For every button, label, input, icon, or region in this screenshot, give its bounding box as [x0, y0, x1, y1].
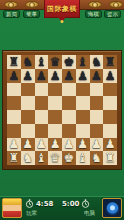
black-pawn-piece[interactable]: ♟ [77, 69, 88, 81]
app-title: 国际象棋 [47, 4, 77, 14]
square-f7[interactable]: ♟ [76, 69, 90, 83]
square-e3[interactable] [62, 124, 76, 138]
square-h1[interactable]: ♜ [103, 151, 117, 165]
white-bishop-piece[interactable]: ♝ [77, 152, 88, 164]
square-c3[interactable] [35, 124, 49, 138]
black-queen-piece[interactable]: ♛ [50, 55, 61, 67]
square-a7[interactable]: ♟ [7, 69, 21, 83]
hint-button[interactable]: 提示 [104, 10, 121, 18]
square-g3[interactable] [90, 124, 104, 138]
black-pawn-piece[interactable]: ♟ [50, 69, 61, 81]
square-b3[interactable] [21, 124, 35, 138]
black-pawn-piece[interactable]: ♟ [22, 69, 33, 81]
square-g1[interactable]: ♞ [90, 151, 104, 165]
square-c2[interactable]: ♟ [35, 138, 49, 152]
white-rook-piece[interactable]: ♜ [105, 152, 116, 164]
square-h3[interactable] [103, 124, 117, 138]
black-pawn-piece[interactable]: ♟ [91, 69, 102, 81]
square-d4[interactable] [48, 110, 62, 124]
square-b5[interactable] [21, 96, 35, 110]
white-knight-piece[interactable]: ♞ [91, 152, 102, 164]
white-pawn-piece[interactable]: ♟ [105, 138, 116, 150]
white-rook-piece[interactable]: ♜ [8, 152, 19, 164]
square-f1[interactable]: ♝ [76, 151, 90, 165]
white-pawn-piece[interactable]: ♟ [36, 138, 47, 150]
cpu-disc-icon [106, 202, 119, 215]
square-g6[interactable] [90, 83, 104, 97]
black-knight-piece[interactable]: ♞ [22, 55, 33, 67]
player-time: 4:58 [36, 200, 53, 208]
black-pawn-piece[interactable]: ♟ [36, 69, 47, 81]
square-a1[interactable]: ♜ [7, 151, 21, 165]
computer-avatar [102, 198, 122, 218]
black-pawn-piece[interactable]: ♟ [63, 69, 74, 81]
square-b8[interactable]: ♞ [21, 55, 35, 69]
white-pawn-piece[interactable]: ♟ [63, 138, 74, 150]
black-rook-piece[interactable]: ♜ [105, 55, 116, 67]
square-b6[interactable] [21, 83, 35, 97]
square-a3[interactable] [7, 124, 21, 138]
black-bishop-piece[interactable]: ♝ [77, 55, 88, 67]
square-h8[interactable]: ♜ [103, 55, 117, 69]
square-e7[interactable]: ♟ [62, 69, 76, 83]
square-b7[interactable]: ♟ [21, 69, 35, 83]
square-c8[interactable]: ♝ [35, 55, 49, 69]
square-d3[interactable] [48, 124, 62, 138]
square-e5[interactable] [62, 96, 76, 110]
chess-board-frame: ♜♞♝♛♚♝♞♜♟♟♟♟♟♟♟♟♟♟♟♟♟♟♟♟♜♞♝♛♚♝♞♜ [2, 50, 122, 170]
white-pawn-piece[interactable]: ♟ [50, 138, 61, 150]
white-knight-piece[interactable]: ♞ [22, 152, 33, 164]
square-c5[interactable] [35, 96, 49, 110]
new-game-button[interactable]: 新局 [3, 10, 20, 18]
square-g4[interactable] [90, 110, 104, 124]
square-c7[interactable]: ♟ [35, 69, 49, 83]
square-e6[interactable] [62, 83, 76, 97]
square-h4[interactable] [103, 110, 117, 124]
black-knight-piece[interactable]: ♞ [91, 55, 102, 67]
square-f3[interactable] [76, 124, 90, 138]
square-g5[interactable] [90, 96, 104, 110]
white-bishop-piece[interactable]: ♝ [36, 152, 47, 164]
square-h2[interactable]: ♟ [103, 138, 117, 152]
white-pawn-piece[interactable]: ♟ [8, 138, 19, 150]
square-a6[interactable] [7, 83, 21, 97]
black-pawn-piece[interactable]: ♟ [8, 69, 19, 81]
banner-knot-icon [61, 20, 64, 23]
square-d8[interactable]: ♛ [48, 55, 62, 69]
square-h7[interactable]: ♟ [103, 69, 117, 83]
square-c1[interactable]: ♝ [35, 151, 49, 165]
menu-button[interactable]: 菜单 [23, 10, 40, 18]
player-bar: 4:58 玩家 5:00 电脑 [0, 196, 124, 220]
black-king-piece[interactable]: ♚ [63, 55, 74, 67]
square-a8[interactable]: ♜ [7, 55, 21, 69]
square-d5[interactable] [48, 96, 62, 110]
square-g2[interactable]: ♟ [90, 138, 104, 152]
black-bishop-piece[interactable]: ♝ [36, 55, 47, 67]
avatar-robe [3, 211, 21, 218]
clock-icon [81, 199, 90, 208]
square-e2[interactable]: ♟ [62, 138, 76, 152]
gold-knob-button-4[interactable] [109, 1, 123, 8]
square-b1[interactable]: ♞ [21, 151, 35, 165]
square-g7[interactable]: ♟ [90, 69, 104, 83]
square-c6[interactable] [35, 83, 49, 97]
square-e1[interactable]: ♚ [62, 151, 76, 165]
square-a4[interactable] [7, 110, 21, 124]
player-avatar [2, 198, 22, 218]
black-pawn-piece[interactable]: ♟ [105, 69, 116, 81]
title-banner: 国际象棋 [44, 0, 80, 18]
square-d7[interactable]: ♟ [48, 69, 62, 83]
square-b2[interactable]: ♟ [21, 138, 35, 152]
square-d2[interactable]: ♟ [48, 138, 62, 152]
black-rook-piece[interactable]: ♜ [8, 55, 19, 67]
computer-name: 电脑 [84, 210, 95, 216]
white-king-piece[interactable]: ♚ [63, 152, 74, 164]
square-f5[interactable] [76, 96, 90, 110]
square-h6[interactable] [103, 83, 117, 97]
square-c4[interactable] [35, 110, 49, 124]
undo-button[interactable]: 悔棋 [85, 10, 102, 18]
square-f6[interactable] [76, 83, 90, 97]
square-a2[interactable]: ♟ [7, 138, 21, 152]
player-clock: 4:58 [25, 199, 53, 208]
square-d1[interactable]: ♛ [48, 151, 62, 165]
white-pawn-piece[interactable]: ♟ [91, 138, 102, 150]
chess-app-window: 国际象棋 新局 菜单 悔棋 提示 ♜♞♝♛♚♝♞♜♟♟♟♟♟♟♟♟♟♟♟♟♟♟♟… [0, 0, 124, 220]
square-g8[interactable]: ♞ [90, 55, 104, 69]
computer-clock: 5:00 [62, 199, 90, 208]
white-pawn-piece[interactable]: ♟ [22, 138, 33, 150]
square-d6[interactable] [48, 83, 62, 97]
square-a5[interactable] [7, 96, 21, 110]
square-e4[interactable] [62, 110, 76, 124]
square-e8[interactable]: ♚ [62, 55, 76, 69]
square-f2[interactable]: ♟ [76, 138, 90, 152]
square-f4[interactable] [76, 110, 90, 124]
gold-knob-button-3[interactable] [88, 1, 102, 8]
computer-time: 5:00 [62, 200, 79, 208]
gold-knob-button-2[interactable] [25, 1, 39, 8]
white-queen-piece[interactable]: ♛ [50, 152, 61, 164]
gold-knob-button-1[interactable] [4, 1, 18, 8]
square-h5[interactable] [103, 96, 117, 110]
white-pawn-piece[interactable]: ♟ [77, 138, 88, 150]
square-f8[interactable]: ♝ [76, 55, 90, 69]
clock-icon [25, 199, 34, 208]
player-name: 玩家 [26, 210, 37, 216]
square-b4[interactable] [21, 110, 35, 124]
chess-board[interactable]: ♜♞♝♛♚♝♞♜♟♟♟♟♟♟♟♟♟♟♟♟♟♟♟♟♜♞♝♛♚♝♞♜ [7, 55, 117, 165]
